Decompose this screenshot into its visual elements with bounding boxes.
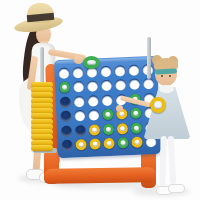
ring-glyph <box>90 139 101 150</box>
empty-hole <box>60 96 71 107</box>
girl-right-shoe <box>168 184 185 193</box>
girl-left-eye <box>161 75 163 77</box>
girl-right-leg <box>168 136 177 184</box>
empty-hole <box>101 95 112 106</box>
green-ring <box>59 82 70 93</box>
empty-hole <box>75 125 86 136</box>
empty-hole <box>74 96 85 107</box>
yellow-ring <box>117 123 128 134</box>
girl-reaching-hand <box>116 105 123 112</box>
empty-hole <box>100 66 111 77</box>
board-cell-r4c3 <box>87 108 101 123</box>
board-cell-r6c4 <box>102 136 116 151</box>
board-cell-r1c5 <box>113 63 127 78</box>
board-cell-r1c1 <box>57 66 71 81</box>
girl-right-eye <box>169 75 171 77</box>
board-cell-r6c5 <box>116 136 130 151</box>
girl-held-yellow-ring <box>150 97 166 113</box>
empty-hole <box>88 110 99 121</box>
board-cell-r2c5 <box>113 78 127 93</box>
green-ring <box>130 108 141 119</box>
board-cell-r2c3 <box>85 79 99 94</box>
board-cell-r5c6 <box>129 120 143 135</box>
empty-hole <box>142 78 153 89</box>
green-ring <box>130 122 141 133</box>
board-cell-r2c1 <box>58 80 72 95</box>
empty-hole <box>61 125 72 136</box>
ring-glyph <box>103 138 114 149</box>
empty-hole <box>115 79 126 90</box>
board-grid <box>57 62 158 153</box>
board-cell-r1c2 <box>71 65 85 80</box>
ring-glyph <box>102 109 113 120</box>
connect-four-board <box>54 56 161 158</box>
board-cell-r2c2 <box>72 79 86 94</box>
girl-left-leg <box>159 136 167 186</box>
board-cell-r5c3 <box>87 122 101 137</box>
yellow-ring <box>103 138 114 149</box>
empty-hole <box>62 140 73 151</box>
yellow-ring <box>90 139 101 150</box>
empty-hole <box>128 64 139 75</box>
ring-glyph <box>59 82 70 93</box>
yellow-ring-rack <box>31 82 53 152</box>
empty-hole <box>101 80 112 91</box>
green-ring <box>103 123 114 134</box>
empty-hole <box>88 95 99 106</box>
frame-base-bar <box>44 167 156 184</box>
board-cell-r5c4 <box>101 122 115 137</box>
board-cell-r3c1 <box>58 95 72 110</box>
board-cell-r3c4 <box>100 93 114 108</box>
board-cell-r4c1 <box>59 109 73 124</box>
ring-glyph <box>130 108 141 119</box>
ring-glyph <box>103 123 114 134</box>
board-cell-r5c5 <box>115 121 129 136</box>
ring-glyph <box>131 137 142 148</box>
rack-yellow-ring <box>31 145 53 151</box>
right-ring-pole <box>147 37 151 79</box>
ring-glyph <box>76 139 87 150</box>
ring-glyph <box>89 124 100 135</box>
empty-hole <box>61 111 72 122</box>
empty-hole <box>74 110 85 121</box>
empty-hole <box>129 79 140 90</box>
board-cell-r6c6 <box>130 135 144 150</box>
empty-hole <box>114 65 125 76</box>
board-cell-r2c4 <box>99 78 113 93</box>
ring-glyph <box>117 123 128 134</box>
board-cell-r4c2 <box>73 108 87 123</box>
board-cell-r4c4 <box>101 107 115 122</box>
board-cell-r6c3 <box>88 137 102 152</box>
girl-collar <box>159 85 174 93</box>
board-cell-r1c4 <box>99 64 113 79</box>
board-cell-r3c2 <box>72 94 86 109</box>
ring-glyph <box>117 137 128 148</box>
board-cell-r2c6 <box>127 77 141 92</box>
board-cell-r3c3 <box>86 93 100 108</box>
green-ring <box>117 137 128 148</box>
yellow-ring <box>76 139 87 150</box>
green-ring <box>102 109 113 120</box>
ring-glyph <box>130 122 141 133</box>
board-cell-r4c6 <box>128 106 142 121</box>
yellow-ring <box>131 137 142 148</box>
board-cell-r5c1 <box>60 123 74 138</box>
empty-hole <box>59 67 70 78</box>
empty-hole <box>72 67 83 78</box>
empty-hole <box>73 81 84 92</box>
woman-hand <box>74 56 83 64</box>
empty-hole <box>87 81 98 92</box>
board-cell-r6c1 <box>60 138 74 153</box>
yellow-ring <box>89 124 100 135</box>
board-cell-r6c2 <box>74 137 88 152</box>
top-green-ring <box>83 56 100 69</box>
product-photo-scene <box>0 0 200 200</box>
board-cell-r1c6 <box>126 63 140 78</box>
board-cell-r5c2 <box>74 123 88 138</box>
